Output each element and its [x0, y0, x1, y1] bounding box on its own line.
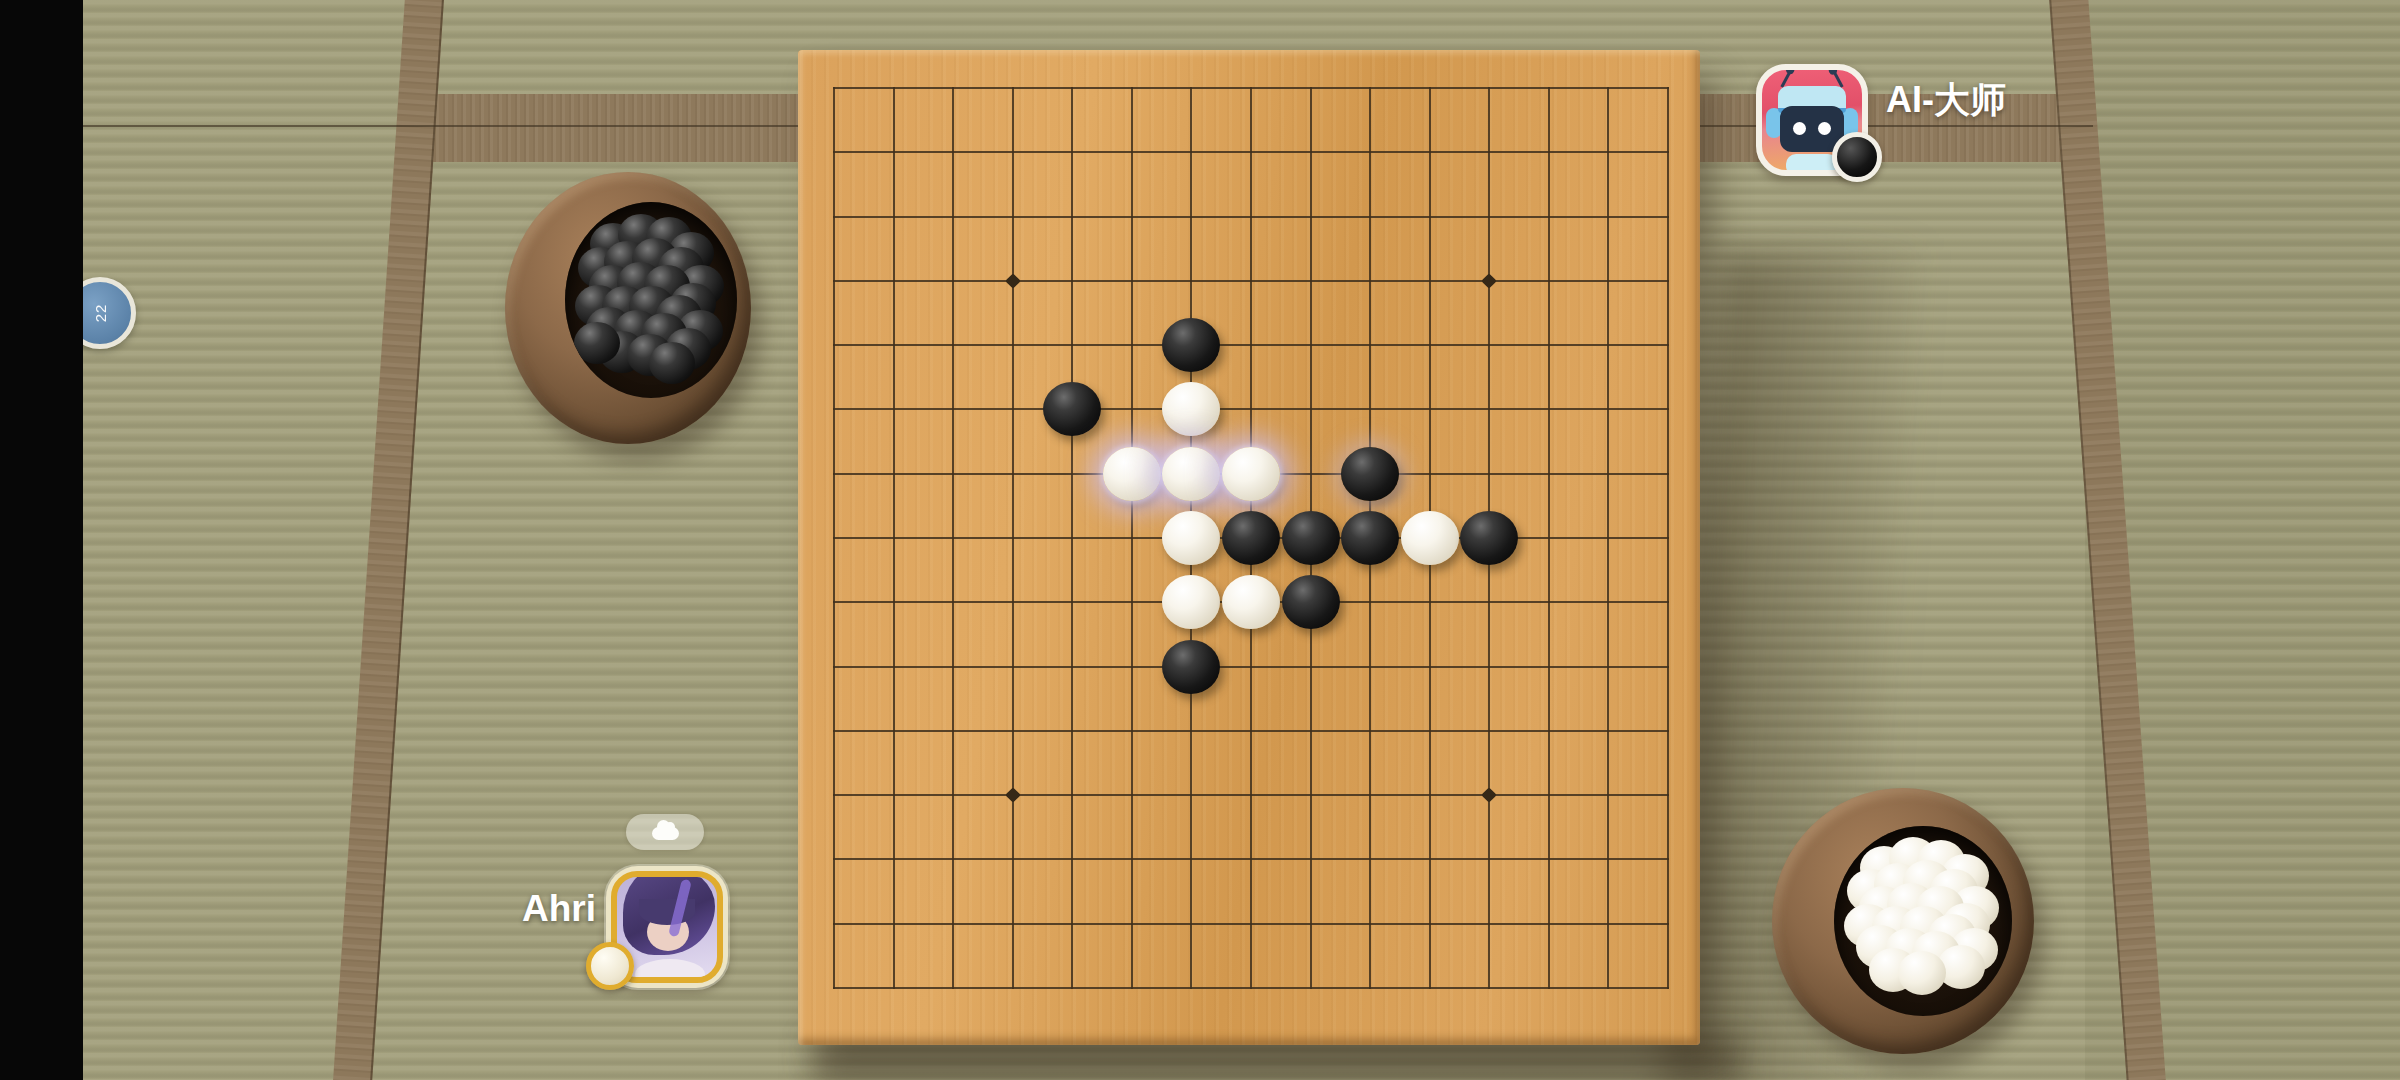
black-stone [1341, 511, 1399, 565]
avatar-bangs [639, 899, 695, 925]
white-stone [1162, 447, 1220, 501]
star-point [1005, 787, 1021, 803]
black-bowl-stone [574, 322, 620, 364]
bowl-opening-black [565, 202, 737, 398]
black-stone [1162, 318, 1220, 372]
white-stone-bowl [1772, 788, 2034, 1054]
grid-line-vertical [1548, 87, 1550, 989]
white-stone-badge [586, 942, 634, 990]
grid-line-horizontal [833, 987, 1669, 989]
avatar-shoulder [635, 959, 705, 983]
robot-eye-icon [1818, 122, 1831, 135]
game-scene: AI-大师 Ahri 22 [0, 0, 2400, 1080]
grid-line-horizontal [833, 666, 1669, 668]
star-point [1005, 273, 1021, 289]
white-stone [1222, 575, 1280, 629]
grid-line-horizontal [833, 794, 1669, 796]
gomoku-board [798, 50, 1700, 1045]
grid-line-vertical [1667, 87, 1669, 989]
robot-eye-icon [1793, 122, 1806, 135]
white-stone [1162, 382, 1220, 436]
white-stone [1162, 575, 1220, 629]
emote-button[interactable] [626, 814, 704, 850]
black-stone [1162, 640, 1220, 694]
ai-player-name: AI-大师 [1886, 76, 2006, 125]
black-stone [1460, 511, 1518, 565]
star-point [1482, 273, 1498, 289]
grid-line-horizontal [833, 923, 1669, 925]
bowl-opening-white [1834, 826, 2012, 1016]
white-stone [1222, 447, 1280, 501]
star-point [1482, 787, 1498, 803]
robot-body-icon [1786, 154, 1838, 176]
grid-line-horizontal [833, 730, 1669, 732]
white-bowl-stone [1898, 951, 1946, 995]
board-grid[interactable] [833, 87, 1669, 989]
grid-line-vertical [1607, 87, 1609, 989]
black-bowl-stone [649, 342, 695, 384]
cloud-icon [652, 827, 679, 840]
letterbox-bar [0, 0, 83, 1080]
tatami-seam-vertical-left [331, 0, 446, 1080]
white-stone [1162, 511, 1220, 565]
black-stone-bowl [505, 172, 751, 444]
human-player-name: Ahri [440, 888, 596, 930]
black-stone [1341, 447, 1399, 501]
black-stone [1043, 382, 1101, 436]
grid-line-horizontal [833, 858, 1669, 860]
black-stone [1282, 575, 1340, 629]
white-stone [1103, 447, 1161, 501]
side-badge-label: 22 [92, 304, 109, 323]
black-stone-badge [1832, 132, 1882, 182]
ai-player-panel: AI-大师 [1756, 64, 2176, 184]
black-stone [1222, 511, 1280, 565]
white-stone [1401, 511, 1459, 565]
human-player-panel: Ahri [440, 810, 740, 1000]
black-stone [1282, 511, 1340, 565]
